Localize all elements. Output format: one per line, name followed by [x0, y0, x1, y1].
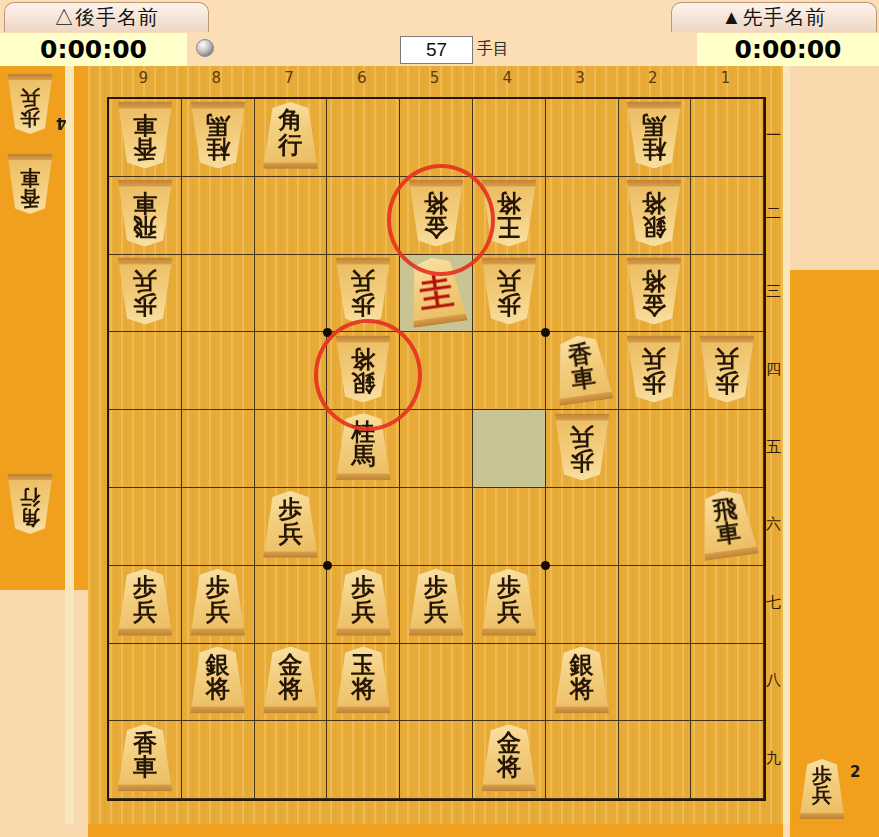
file-label-7: 7	[253, 69, 326, 95]
sente-clock: 0:00:00	[697, 33, 879, 66]
square-38[interactable]: 銀将	[546, 644, 619, 722]
square-68[interactable]: 玉将	[327, 644, 400, 722]
square-93[interactable]: 歩兵	[109, 255, 182, 333]
piece-68[interactable]: 玉将	[334, 646, 392, 713]
square-92[interactable]: 飛車	[109, 177, 182, 255]
gote-hand-pieces: 歩兵4香車角行	[6, 72, 86, 632]
file-label-4: 4	[471, 69, 544, 95]
square-26[interactable]	[619, 488, 692, 566]
square-99[interactable]: 香車	[109, 721, 182, 799]
square-29[interactable]	[619, 721, 692, 799]
square-78[interactable]: 金将	[255, 644, 328, 722]
square-82[interactable]	[182, 177, 255, 255]
square-47[interactable]: 歩兵	[473, 566, 546, 644]
square-66[interactable]	[327, 488, 400, 566]
rank-label-5: 五	[764, 408, 783, 486]
hand-piece[interactable]: 歩兵	[798, 759, 846, 819]
square-94[interactable]	[109, 332, 182, 410]
square-72[interactable]	[255, 177, 328, 255]
piece-92[interactable]: 飛車	[116, 180, 174, 247]
square-28[interactable]	[619, 644, 692, 722]
square-76[interactable]: 歩兵	[255, 488, 328, 566]
square-34[interactable]: 香車	[546, 332, 619, 410]
piece-67[interactable]: 歩兵	[334, 569, 392, 636]
sente-hand-歩兵[interactable]: 歩兵2	[798, 759, 846, 819]
square-48[interactable]	[473, 644, 546, 722]
square-37[interactable]	[546, 566, 619, 644]
rank-label-1: 一	[764, 97, 783, 175]
piece-91[interactable]: 香車	[116, 102, 174, 169]
shogi-board: 香車桂馬角行桂馬飛車金将王将銀将歩兵歩兵圭歩兵金将銀将香車歩兵歩兵桂馬歩兵歩兵飛…	[107, 97, 766, 801]
file-label-6: 6	[325, 69, 398, 95]
piece-87[interactable]: 歩兵	[189, 569, 247, 636]
square-56[interactable]	[400, 488, 473, 566]
square-22[interactable]: 銀将	[619, 177, 692, 255]
piece-38[interactable]: 銀将	[553, 646, 611, 713]
square-43[interactable]: 歩兵	[473, 255, 546, 333]
piece-49[interactable]: 金将	[480, 724, 538, 791]
square-24[interactable]: 歩兵	[619, 332, 692, 410]
sente-hand-pieces: 歩兵2	[798, 277, 878, 837]
rank-label-7: 七	[764, 564, 783, 642]
board-bottom-edge	[88, 824, 783, 837]
square-36[interactable]	[546, 488, 619, 566]
square-87[interactable]: 歩兵	[182, 566, 255, 644]
square-58[interactable]	[400, 644, 473, 722]
piece-43[interactable]: 歩兵	[480, 257, 538, 324]
annotation-circle-64	[314, 319, 422, 431]
square-91[interactable]: 香車	[109, 99, 182, 177]
square-45[interactable]	[473, 410, 546, 488]
piece-35[interactable]: 歩兵	[553, 413, 611, 480]
piece-93[interactable]: 歩兵	[116, 257, 174, 324]
file-labels: 987654321	[107, 69, 762, 95]
square-13[interactable]	[691, 255, 764, 333]
piece-34[interactable]: 香車	[548, 332, 615, 406]
hand-piece-count: 4	[56, 114, 66, 132]
gote-hand-香車[interactable]: 香車	[6, 154, 54, 214]
move-number-label: 手目	[477, 39, 509, 60]
board-right-edge	[783, 66, 790, 824]
hand-piece-count: 2	[850, 763, 860, 781]
file-label-3: 3	[544, 69, 617, 95]
square-15[interactable]	[691, 410, 764, 488]
piece-99[interactable]: 香車	[116, 724, 174, 791]
rank-label-3: 三	[764, 253, 783, 331]
square-71[interactable]: 角行	[255, 99, 328, 177]
square-17[interactable]	[691, 566, 764, 644]
square-39[interactable]	[546, 721, 619, 799]
square-59[interactable]	[400, 721, 473, 799]
square-61[interactable]	[327, 99, 400, 177]
piece-71[interactable]: 角行	[261, 102, 319, 169]
piece-81[interactable]: 桂馬	[189, 102, 247, 169]
square-25[interactable]	[619, 410, 692, 488]
square-46[interactable]	[473, 488, 546, 566]
rank-label-2: 二	[764, 175, 783, 253]
square-86[interactable]	[182, 488, 255, 566]
rank-labels: 一二三四五六七八九	[764, 97, 783, 797]
square-88[interactable]: 銀将	[182, 644, 255, 722]
square-98[interactable]	[109, 644, 182, 722]
annotation-circle-52	[387, 164, 495, 276]
file-label-8: 8	[180, 69, 253, 95]
piece-47[interactable]: 歩兵	[480, 569, 538, 636]
square-14[interactable]: 歩兵	[691, 332, 764, 410]
square-89[interactable]	[182, 721, 255, 799]
square-75[interactable]	[255, 410, 328, 488]
square-35[interactable]: 歩兵	[546, 410, 619, 488]
piece-63[interactable]: 歩兵	[334, 257, 392, 324]
square-81[interactable]: 桂馬	[182, 99, 255, 177]
square-19[interactable]	[691, 721, 764, 799]
square-11[interactable]	[691, 99, 764, 177]
square-31[interactable]	[546, 99, 619, 177]
piece-76[interactable]: 歩兵	[261, 491, 319, 558]
hand-piece[interactable]: 香車	[6, 154, 54, 214]
rank-label-4: 四	[764, 330, 783, 408]
square-77[interactable]	[255, 566, 328, 644]
file-label-9: 9	[107, 69, 180, 95]
square-79[interactable]	[255, 721, 328, 799]
shogi-app-window: △後手名前 ▲先手名前 0:00:00 0:00:00 57 手目 987654…	[0, 0, 879, 837]
gote-name-tab[interactable]: △後手名前	[4, 2, 209, 32]
piece-23[interactable]: 金将	[625, 257, 683, 324]
turn-indicator-lamp	[196, 39, 214, 57]
sente-name-tab[interactable]: ▲先手名前	[671, 2, 877, 32]
move-number-box[interactable]: 57	[400, 36, 473, 64]
file-label-5: 5	[398, 69, 471, 95]
piece-14[interactable]: 歩兵	[698, 335, 756, 402]
file-label-1: 1	[689, 69, 762, 95]
rank-label-8: 八	[764, 641, 783, 719]
gote-hand-角行[interactable]: 角行	[6, 474, 54, 534]
piece-57[interactable]: 歩兵	[407, 569, 465, 636]
gote-clock: 0:00:00	[0, 33, 187, 66]
square-84[interactable]	[182, 332, 255, 410]
square-73[interactable]	[255, 255, 328, 333]
square-32[interactable]	[546, 177, 619, 255]
right-panel-upper	[790, 66, 879, 270]
square-23[interactable]: 金将	[619, 255, 692, 333]
piece-97[interactable]: 歩兵	[116, 569, 174, 636]
rank-label-6: 六	[764, 486, 783, 564]
gote-hand-歩兵[interactable]: 歩兵4	[6, 74, 54, 134]
square-97[interactable]: 歩兵	[109, 566, 182, 644]
piece-88[interactable]: 銀将	[189, 646, 247, 713]
square-27[interactable]	[619, 566, 692, 644]
square-44[interactable]	[473, 332, 546, 410]
square-16[interactable]: 飛車	[691, 488, 764, 566]
square-85[interactable]	[182, 410, 255, 488]
piece-21[interactable]: 桂馬	[625, 102, 683, 169]
hand-piece[interactable]: 歩兵	[6, 74, 54, 134]
square-18[interactable]	[691, 644, 764, 722]
square-67[interactable]: 歩兵	[327, 566, 400, 644]
square-12[interactable]	[691, 177, 764, 255]
piece-16[interactable]: 飛車	[694, 487, 761, 561]
file-label-2: 2	[616, 69, 689, 95]
square-21[interactable]: 桂馬	[619, 99, 692, 177]
piece-24[interactable]: 歩兵	[625, 335, 683, 402]
square-96[interactable]	[109, 488, 182, 566]
hand-piece[interactable]: 角行	[6, 474, 54, 534]
square-33[interactable]	[546, 255, 619, 333]
piece-78[interactable]: 金将	[261, 646, 319, 713]
piece-22[interactable]: 銀将	[625, 180, 683, 247]
square-83[interactable]	[182, 255, 255, 333]
square-41[interactable]	[473, 99, 546, 177]
square-57[interactable]: 歩兵	[400, 566, 473, 644]
square-49[interactable]: 金将	[473, 721, 546, 799]
square-95[interactable]	[109, 410, 182, 488]
square-69[interactable]	[327, 721, 400, 799]
rank-label-9: 九	[764, 719, 783, 797]
square-55[interactable]	[400, 410, 473, 488]
